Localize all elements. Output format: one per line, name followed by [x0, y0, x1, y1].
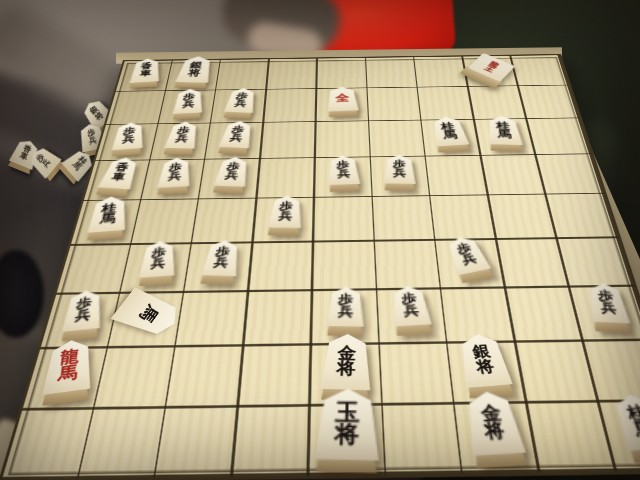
- shogi-piece-歩兵[interactable]: 歩兵: [111, 121, 146, 156]
- piece-kanji: 歩兵: [326, 287, 364, 327]
- board-cell-r9c4[interactable]: [232, 407, 310, 477]
- board-cell-r1c6[interactable]: [366, 57, 418, 88]
- piece-kanji: 歩兵: [139, 240, 178, 278]
- board-cell-r8c3[interactable]: [166, 346, 244, 408]
- board-cell-r2c4[interactable]: [264, 89, 317, 123]
- shogi-piece-歩兵[interactable]: 歩兵: [138, 240, 178, 286]
- piece-kanji: 歩兵: [224, 87, 258, 112]
- board-cell-r1c5[interactable]: [317, 58, 367, 89]
- board-cell-r6c1[interactable]: [56, 245, 131, 295]
- piece-kanji: 歩兵: [112, 121, 146, 150]
- piece-kanji: 歩兵: [213, 156, 250, 186]
- board-cell-r6c4[interactable]: [249, 242, 314, 292]
- board-cell-r7c3[interactable]: [176, 292, 249, 347]
- board-cell-r3c5[interactable]: [316, 121, 371, 158]
- piece-kanji: 歩兵: [267, 196, 303, 228]
- piece-kanji: 歩兵: [218, 120, 254, 148]
- board-cell-r7c4[interactable]: [244, 291, 313, 346]
- board-cell-r8c6[interactable]: [380, 343, 455, 405]
- board-cell-r5c7[interactable]: [431, 196, 497, 241]
- board-cell-r5c6[interactable]: [373, 196, 436, 241]
- shogi-piece-歩兵[interactable]: 歩兵: [172, 88, 204, 119]
- shogi-piece-歩兵[interactable]: 歩兵: [157, 157, 193, 195]
- board-cell-r9c6[interactable]: [383, 405, 463, 475]
- shogi-piece-歩兵[interactable]: 歩兵: [60, 289, 104, 342]
- board-cell-r3c9[interactable]: [527, 118, 591, 155]
- board-cell-r2c9[interactable]: [519, 85, 580, 119]
- board-cell-r8c4[interactable]: [239, 345, 312, 407]
- piece-kanji: 銀将: [176, 56, 215, 83]
- board-cell-r5c5[interactable]: [314, 197, 375, 242]
- shogi-piece-歩兵[interactable]: 歩兵: [327, 155, 361, 192]
- board-cell-r5c3[interactable]: [192, 199, 257, 244]
- shogi-piece-桂馬[interactable]: 桂馬: [86, 195, 129, 240]
- piece-kanji: 龍馬: [42, 338, 94, 396]
- shogi-piece-玉将[interactable]: 玉将: [314, 389, 379, 474]
- piece-kanji: 金将: [320, 334, 371, 391]
- shogi-game-photo: 香車銀将龍王歩兵歩兵全歩兵歩兵歩兵桂馬桂馬香車歩兵歩兵歩兵歩兵桂馬歩兵歩兵歩兵歩…: [0, 0, 640, 480]
- shogi-piece-歩兵[interactable]: 歩兵: [384, 154, 416, 191]
- board-cell-r9c2[interactable]: [79, 409, 167, 479]
- board-cell-r2c1[interactable]: [106, 91, 166, 125]
- piece-kanji: 玉将: [314, 389, 379, 462]
- piece-kanji: 全: [327, 86, 359, 111]
- piece-kanji: 歩兵: [173, 88, 204, 114]
- reaching-arm: [218, 0, 344, 57]
- dark-round-object: [0, 250, 44, 338]
- board-cell-r2c6[interactable]: [368, 88, 422, 122]
- piece-kanji: 香車: [130, 58, 162, 83]
- board-cell-r4c4[interactable]: [257, 158, 316, 199]
- board-cell-r6c9[interactable]: [558, 238, 635, 287]
- shogi-piece-歩兵[interactable]: 歩兵: [326, 287, 364, 337]
- shogi-piece-桂馬[interactable]: 桂馬: [485, 116, 524, 152]
- board-cell-r6c6[interactable]: [375, 240, 442, 290]
- piece-kanji: 歩兵: [62, 289, 105, 332]
- board-cell-r4c8[interactable]: [481, 155, 546, 195]
- shogi-piece-龍馬-promoted[interactable]: 龍馬: [41, 338, 95, 407]
- board-cell-r1c3[interactable]: [216, 59, 269, 90]
- board-cell-r1c4[interactable]: [267, 59, 318, 90]
- piece-kanji: 歩兵: [327, 155, 360, 185]
- piece-kanji: 歩兵: [158, 157, 193, 188]
- piece-kanji: 歩兵: [165, 121, 201, 148]
- piece-kanji: 歩兵: [390, 285, 432, 327]
- piece-kanji: 歩兵: [384, 154, 416, 184]
- board-cell-r1c9[interactable]: [511, 55, 569, 86]
- board-cell-r5c9[interactable]: [546, 194, 618, 239]
- shogi-piece-全-promoted[interactable]: 全: [327, 86, 360, 117]
- board-cell-r5c2[interactable]: [131, 200, 199, 245]
- piece-kanji: 歩兵: [200, 240, 241, 276]
- board-cell-r2c8[interactable]: [468, 86, 527, 120]
- board-cell-r3c4[interactable]: [261, 122, 317, 159]
- piece-kanji: 桂馬: [485, 116, 523, 145]
- board-cell-r6c5[interactable]: [313, 241, 377, 291]
- shogi-piece-香車[interactable]: 香車: [129, 58, 162, 88]
- board-cell-r4c7[interactable]: [426, 156, 489, 197]
- board-cell-r4c9[interactable]: [536, 154, 604, 194]
- board-cell-r2c7[interactable]: [418, 87, 475, 121]
- board-cell-r8c2[interactable]: [94, 347, 176, 409]
- board-cell-r9c3[interactable]: [156, 408, 239, 478]
- board-cell-r3c6[interactable]: [369, 121, 426, 158]
- piece-kanji: 桂馬: [87, 195, 129, 233]
- shogi-piece-歩兵[interactable]: 歩兵: [266, 196, 303, 236]
